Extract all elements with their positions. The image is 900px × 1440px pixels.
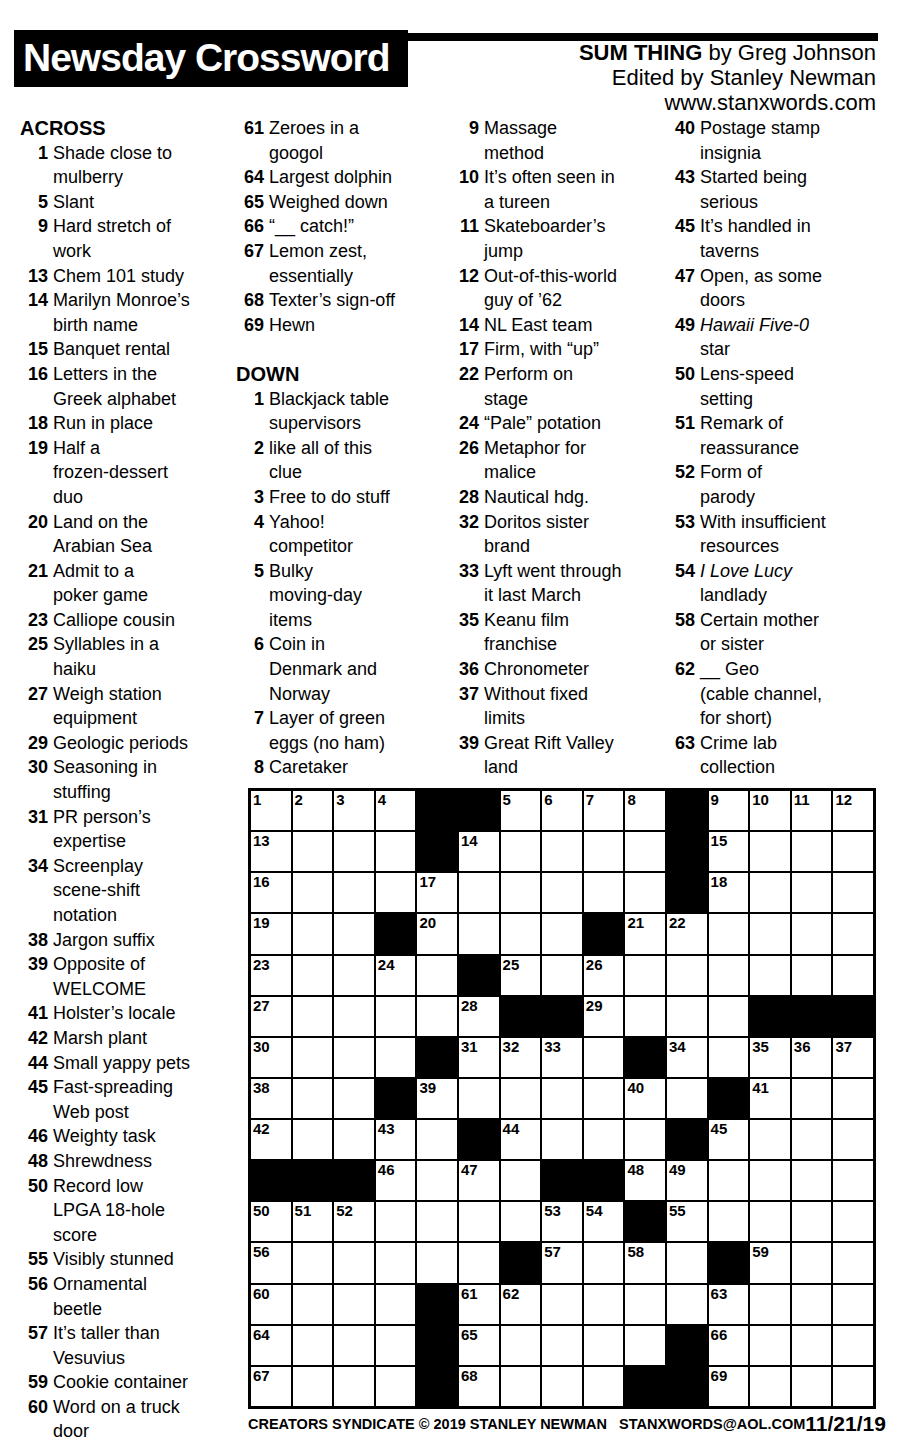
clue-text: Skateboarder’s jump bbox=[484, 214, 664, 263]
grid-cell[interactable]: 18 bbox=[708, 872, 750, 913]
clue-number: 48 bbox=[20, 1149, 53, 1174]
grid-cell[interactable] bbox=[749, 872, 791, 913]
grid-cell[interactable]: 17 bbox=[416, 872, 458, 913]
grid-cell[interactable]: 64 bbox=[250, 1325, 292, 1366]
across-clue-44: 44Small yappy pets bbox=[20, 1051, 233, 1076]
clue-number: 63 bbox=[667, 731, 700, 780]
grid-cell[interactable]: 7 bbox=[583, 790, 625, 831]
grid-cell[interactable]: 29 bbox=[583, 996, 625, 1037]
grid-cell[interactable] bbox=[458, 872, 500, 913]
grid-cell[interactable] bbox=[791, 1284, 833, 1325]
grid-cell[interactable] bbox=[375, 1366, 417, 1407]
grid-cell[interactable] bbox=[333, 1037, 375, 1078]
grid-cell[interactable] bbox=[500, 1160, 542, 1201]
grid-cell[interactable] bbox=[583, 1366, 625, 1407]
clue-text: Lens-speed setting bbox=[700, 362, 880, 411]
grid-cell[interactable] bbox=[749, 955, 791, 996]
grid-cell[interactable]: 13 bbox=[250, 831, 292, 872]
grid-cell[interactable]: 65 bbox=[458, 1325, 500, 1366]
grid-cell[interactable]: 8 bbox=[624, 790, 666, 831]
grid-cell[interactable] bbox=[749, 1160, 791, 1201]
grid-cell[interactable] bbox=[749, 1325, 791, 1366]
cell-number: 16 bbox=[253, 874, 270, 891]
grid-cell[interactable]: 6 bbox=[541, 790, 583, 831]
clue-number: 55 bbox=[20, 1247, 53, 1272]
down-clue-37: 37Without fixed limits bbox=[451, 682, 664, 731]
across-clue-66: 66“__ catch!” bbox=[236, 214, 449, 239]
down-clue-8: 8Caretaker bbox=[236, 755, 449, 780]
cell-number: 44 bbox=[503, 1121, 520, 1138]
black-cell bbox=[624, 1201, 666, 1242]
black-cell bbox=[541, 996, 583, 1037]
clue-number: 60 bbox=[20, 1395, 53, 1440]
grid-cell[interactable] bbox=[292, 872, 334, 913]
grid-cell[interactable]: 38 bbox=[250, 1078, 292, 1119]
grid-cell[interactable]: 23 bbox=[250, 955, 292, 996]
grid-cell[interactable]: 30 bbox=[250, 1037, 292, 1078]
clue-text: Started being serious bbox=[700, 165, 880, 214]
clue-number: 1 bbox=[236, 387, 269, 436]
clue-text: Fast-spreading Web post bbox=[53, 1075, 233, 1124]
grid-cell[interactable] bbox=[333, 1325, 375, 1366]
grid-cell[interactable] bbox=[708, 1160, 750, 1201]
clue-text: Bulky moving-day items bbox=[269, 559, 449, 633]
grid-cell[interactable]: 68 bbox=[458, 1366, 500, 1407]
grid-cell[interactable] bbox=[624, 996, 666, 1037]
grid-cell[interactable] bbox=[541, 913, 583, 954]
grid-cell[interactable]: 33 bbox=[541, 1037, 583, 1078]
grid-cell[interactable]: 1 bbox=[250, 790, 292, 831]
grid-cell[interactable]: 51 bbox=[292, 1201, 334, 1242]
down-clue-39: 39Great Rift Valley land bbox=[451, 731, 664, 780]
clue-text: Weighed down bbox=[269, 190, 449, 215]
clue-number: 21 bbox=[20, 559, 53, 608]
grid-cell[interactable] bbox=[583, 1242, 625, 1283]
grid-cell[interactable] bbox=[832, 1160, 874, 1201]
grid-cell[interactable] bbox=[375, 1325, 417, 1366]
grid-cell[interactable] bbox=[708, 996, 750, 1037]
clue-number: 23 bbox=[20, 608, 53, 633]
grid-cell[interactable] bbox=[624, 955, 666, 996]
clue-text: Caretaker bbox=[269, 755, 449, 780]
clue-number: 53 bbox=[667, 510, 700, 559]
clue-text: Free to do stuff bbox=[269, 485, 449, 510]
black-cell bbox=[624, 1037, 666, 1078]
clue-text: Keanu film franchise bbox=[484, 608, 664, 657]
grid-cell[interactable] bbox=[583, 1325, 625, 1366]
credit-line-title: SUM THING by Greg Johnson bbox=[579, 40, 876, 65]
grid-cell[interactable] bbox=[458, 913, 500, 954]
grid-cell[interactable]: 47 bbox=[458, 1160, 500, 1201]
clue-number: 57 bbox=[20, 1321, 53, 1370]
grid-cell[interactable] bbox=[624, 1325, 666, 1366]
down-clue-54: 54I Love Lucy landlady bbox=[667, 559, 880, 608]
grid-cell[interactable] bbox=[541, 1284, 583, 1325]
grid-cell[interactable] bbox=[375, 1037, 417, 1078]
grid-cell[interactable] bbox=[416, 1160, 458, 1201]
grid-cell[interactable]: 41 bbox=[749, 1078, 791, 1119]
grid-cell[interactable] bbox=[500, 913, 542, 954]
down-clue-2: 2like all of this clue bbox=[236, 436, 449, 485]
grid-cell[interactable] bbox=[292, 1078, 334, 1119]
grid-cell[interactable] bbox=[292, 996, 334, 1037]
clue-text: Geologic periods bbox=[53, 731, 233, 756]
grid-cell[interactable] bbox=[708, 1201, 750, 1242]
cell-number: 4 bbox=[378, 792, 386, 809]
cell-number: 38 bbox=[253, 1080, 270, 1097]
grid-cell[interactable] bbox=[416, 1242, 458, 1283]
grid-cell[interactable]: 58 bbox=[624, 1242, 666, 1283]
grid-cell[interactable] bbox=[416, 1119, 458, 1160]
grid-cell[interactable]: 43 bbox=[375, 1119, 417, 1160]
grid-cell[interactable]: 39 bbox=[416, 1078, 458, 1119]
clue-number: 42 bbox=[20, 1026, 53, 1051]
clue-text: Certain mother or sister bbox=[700, 608, 880, 657]
grid-cell[interactable] bbox=[583, 1284, 625, 1325]
clue-number: 39 bbox=[20, 952, 53, 1001]
grid-cell[interactable]: 16 bbox=[250, 872, 292, 913]
grid-cell[interactable] bbox=[583, 1078, 625, 1119]
grid-cell[interactable] bbox=[500, 872, 542, 913]
grid-cell[interactable] bbox=[500, 1366, 542, 1407]
grid-cell[interactable]: 49 bbox=[666, 1160, 708, 1201]
grid-cell[interactable] bbox=[791, 1325, 833, 1366]
grid-cell[interactable] bbox=[666, 955, 708, 996]
grid-cell[interactable] bbox=[292, 831, 334, 872]
grid-cell[interactable] bbox=[624, 831, 666, 872]
grid-cell[interactable]: 60 bbox=[250, 1284, 292, 1325]
cell-number: 67 bbox=[253, 1368, 270, 1385]
grid-cell[interactable]: 48 bbox=[624, 1160, 666, 1201]
black-cell bbox=[583, 1160, 625, 1201]
grid-cell[interactable] bbox=[541, 955, 583, 996]
grid-cell[interactable]: 31 bbox=[458, 1037, 500, 1078]
grid-cell[interactable] bbox=[292, 955, 334, 996]
grid-cell[interactable] bbox=[749, 1201, 791, 1242]
grid-cell[interactable]: 63 bbox=[708, 1284, 750, 1325]
across-clue-41: 41Holster’s locale bbox=[20, 1001, 233, 1026]
grid-cell[interactable]: 53 bbox=[541, 1201, 583, 1242]
grid-cell[interactable] bbox=[832, 1078, 874, 1119]
grid-cell[interactable]: 26 bbox=[583, 955, 625, 996]
grid-cell[interactable] bbox=[500, 831, 542, 872]
clue-number: 62 bbox=[667, 657, 700, 731]
grid-cell[interactable] bbox=[333, 1119, 375, 1160]
grid-cell[interactable]: 27 bbox=[250, 996, 292, 1037]
grid-cell[interactable]: 37 bbox=[832, 1037, 874, 1078]
clue-number: 1 bbox=[20, 141, 53, 190]
across-clue-50: 50Record low LPGA 18-hole score bbox=[20, 1174, 233, 1248]
grid-cell[interactable]: 34 bbox=[666, 1037, 708, 1078]
black-cell bbox=[666, 1119, 708, 1160]
clue-number: 34 bbox=[20, 854, 53, 928]
clue-number: 50 bbox=[667, 362, 700, 411]
grid-cell[interactable] bbox=[749, 1119, 791, 1160]
clue-number: 18 bbox=[20, 411, 53, 436]
grid-cell[interactable]: 46 bbox=[375, 1160, 417, 1201]
black-cell bbox=[416, 831, 458, 872]
grid-cell[interactable] bbox=[541, 872, 583, 913]
grid-cell[interactable]: 20 bbox=[416, 913, 458, 954]
clue-text: PR person’s expertise bbox=[53, 805, 233, 854]
grid-cell[interactable]: 25 bbox=[500, 955, 542, 996]
grid-cell[interactable]: 69 bbox=[708, 1366, 750, 1407]
grid-cell[interactable] bbox=[832, 1325, 874, 1366]
across-clue-48: 48Shrewdness bbox=[20, 1149, 233, 1174]
grid-cell[interactable] bbox=[832, 955, 874, 996]
grid-cell[interactable] bbox=[541, 1119, 583, 1160]
grid-cell[interactable] bbox=[375, 1242, 417, 1283]
grid-cell[interactable] bbox=[624, 1284, 666, 1325]
clue-text: Doritos sister brand bbox=[484, 510, 664, 559]
grid-cell[interactable] bbox=[292, 913, 334, 954]
grid-cell[interactable] bbox=[791, 1366, 833, 1407]
grid-cell[interactable]: 2 bbox=[292, 790, 334, 831]
grid-cell[interactable] bbox=[292, 1325, 334, 1366]
grid-cell[interactable] bbox=[292, 1284, 334, 1325]
grid-cell[interactable] bbox=[292, 1366, 334, 1407]
grid-cell[interactable] bbox=[624, 872, 666, 913]
grid-cell[interactable] bbox=[541, 1325, 583, 1366]
clue-number: 69 bbox=[236, 313, 269, 338]
grid-cell[interactable] bbox=[458, 1201, 500, 1242]
grid-cell[interactable]: 50 bbox=[250, 1201, 292, 1242]
grid-cell[interactable] bbox=[333, 1284, 375, 1325]
grid-cell[interactable] bbox=[458, 1242, 500, 1283]
clue-number: 45 bbox=[667, 214, 700, 263]
clue-number: 68 bbox=[236, 288, 269, 313]
clue-text: Syllables in a haiku bbox=[53, 632, 233, 681]
grid-cell[interactable] bbox=[791, 955, 833, 996]
grid-cell[interactable] bbox=[749, 831, 791, 872]
clue-number: 7 bbox=[236, 706, 269, 755]
grid-cell[interactable] bbox=[791, 1078, 833, 1119]
grid-cell[interactable] bbox=[416, 1201, 458, 1242]
grid-cell[interactable] bbox=[333, 996, 375, 1037]
cell-number: 39 bbox=[419, 1080, 436, 1097]
clue-number: 38 bbox=[20, 928, 53, 953]
grid-cell[interactable]: 57 bbox=[541, 1242, 583, 1283]
grid-cell[interactable]: 55 bbox=[666, 1201, 708, 1242]
grid-cell[interactable] bbox=[583, 831, 625, 872]
grid-cell[interactable] bbox=[500, 1325, 542, 1366]
grid-cell[interactable] bbox=[708, 955, 750, 996]
grid-cell[interactable]: 3 bbox=[333, 790, 375, 831]
credit-line-url: www.stanxwords.com bbox=[579, 90, 876, 115]
grid-cell[interactable] bbox=[292, 1242, 334, 1283]
grid-cell[interactable] bbox=[749, 913, 791, 954]
grid-cell[interactable] bbox=[375, 996, 417, 1037]
clue-text: Weigh station equipment bbox=[53, 682, 233, 731]
grid-cell[interactable] bbox=[832, 1242, 874, 1283]
clue-number: 3 bbox=[236, 485, 269, 510]
grid-cell[interactable] bbox=[832, 913, 874, 954]
clue-number: 52 bbox=[667, 460, 700, 509]
cell-number: 43 bbox=[378, 1121, 395, 1138]
grid-cell[interactable] bbox=[416, 996, 458, 1037]
clue-number: 6 bbox=[236, 632, 269, 706]
black-cell bbox=[416, 1325, 458, 1366]
cell-number: 29 bbox=[586, 998, 603, 1015]
black-cell bbox=[708, 1078, 750, 1119]
grid-cell[interactable] bbox=[333, 872, 375, 913]
clue-text: Form of parody bbox=[700, 460, 880, 509]
grid-cell[interactable] bbox=[832, 831, 874, 872]
cell-number: 57 bbox=[544, 1244, 561, 1261]
grid-cell[interactable] bbox=[791, 1119, 833, 1160]
across-clue-65: 65Weighed down bbox=[236, 190, 449, 215]
clue-number: 15 bbox=[20, 337, 53, 362]
grid-cell[interactable]: 32 bbox=[500, 1037, 542, 1078]
grid-cell[interactable]: 56 bbox=[250, 1242, 292, 1283]
grid-cell[interactable] bbox=[375, 1201, 417, 1242]
grid-cell[interactable]: 52 bbox=[333, 1201, 375, 1242]
grid-cell[interactable] bbox=[791, 872, 833, 913]
grid-cell[interactable] bbox=[292, 1037, 334, 1078]
cell-number: 17 bbox=[419, 874, 436, 891]
grid-cell[interactable]: 28 bbox=[458, 996, 500, 1037]
clue-number: 14 bbox=[20, 288, 53, 337]
grid-cell[interactable]: 22 bbox=[666, 913, 708, 954]
clue-number: 16 bbox=[20, 362, 53, 411]
grid-cell[interactable] bbox=[500, 1201, 542, 1242]
grid-cell[interactable] bbox=[375, 872, 417, 913]
grid-cell[interactable]: 5 bbox=[500, 790, 542, 831]
grid-cell[interactable]: 10 bbox=[749, 790, 791, 831]
grid-cell[interactable] bbox=[832, 1201, 874, 1242]
grid-cell[interactable] bbox=[666, 996, 708, 1037]
black-cell bbox=[458, 1119, 500, 1160]
grid-cell[interactable] bbox=[333, 1366, 375, 1407]
black-cell bbox=[458, 955, 500, 996]
down-clue-3: 3Free to do stuff bbox=[236, 485, 449, 510]
across-clue-1: 1Shade close to mulberry bbox=[20, 141, 233, 190]
grid-cell[interactable] bbox=[791, 1160, 833, 1201]
syndicate-email: STANXWORDS@AOL.COM bbox=[619, 1416, 805, 1432]
clue-number: 30 bbox=[20, 755, 53, 804]
grid-cell[interactable] bbox=[333, 955, 375, 996]
clue-text: Word on a truck door bbox=[53, 1395, 233, 1440]
cell-number: 58 bbox=[627, 1244, 644, 1261]
grid-cell[interactable] bbox=[541, 831, 583, 872]
grid-cell[interactable] bbox=[458, 1078, 500, 1119]
grid-cell[interactable]: 24 bbox=[375, 955, 417, 996]
grid-cell[interactable] bbox=[832, 1119, 874, 1160]
down-clue-17: 17Firm, with “up” bbox=[451, 337, 664, 362]
cell-number: 19 bbox=[253, 915, 270, 932]
across-clue-5: 5Slant bbox=[20, 190, 233, 215]
grid-cell[interactable]: 61 bbox=[458, 1284, 500, 1325]
grid-cell[interactable]: 42 bbox=[250, 1119, 292, 1160]
grid-cell[interactable]: 54 bbox=[583, 1201, 625, 1242]
clue-text: Blackjack table supervisors bbox=[269, 387, 449, 436]
grid-cell[interactable] bbox=[666, 1078, 708, 1119]
grid-cell[interactable] bbox=[624, 1119, 666, 1160]
grid-cell[interactable] bbox=[333, 1242, 375, 1283]
grid-cell[interactable]: 59 bbox=[749, 1242, 791, 1283]
grid-cell[interactable]: 67 bbox=[250, 1366, 292, 1407]
grid-cell[interactable] bbox=[583, 872, 625, 913]
grid-cell[interactable]: 36 bbox=[791, 1037, 833, 1078]
grid-cell[interactable]: 35 bbox=[749, 1037, 791, 1078]
across-clue-39: 39Opposite of WELCOME bbox=[20, 952, 233, 1001]
grid-cell[interactable]: 4 bbox=[375, 790, 417, 831]
grid-cell[interactable] bbox=[375, 831, 417, 872]
grid-cell[interactable]: 45 bbox=[708, 1119, 750, 1160]
grid-cell[interactable] bbox=[708, 1037, 750, 1078]
grid-cell[interactable]: 9 bbox=[708, 790, 750, 831]
grid-cell[interactable] bbox=[666, 1242, 708, 1283]
clue-text: Largest dolphin bbox=[269, 165, 449, 190]
grid-cell[interactable] bbox=[583, 1119, 625, 1160]
clue-text: Lyft went through it last March bbox=[484, 559, 664, 608]
grid-cell[interactable]: 12 bbox=[832, 790, 874, 831]
grid-cell[interactable] bbox=[708, 913, 750, 954]
cell-number: 20 bbox=[419, 915, 436, 932]
cell-number: 47 bbox=[461, 1162, 478, 1179]
grid-cell[interactable] bbox=[416, 955, 458, 996]
clue-text: Massage method bbox=[484, 116, 664, 165]
grid-cell[interactable] bbox=[666, 1284, 708, 1325]
grid-cell[interactable] bbox=[791, 831, 833, 872]
grid-cell[interactable]: 62 bbox=[500, 1284, 542, 1325]
grid-cell[interactable] bbox=[583, 1037, 625, 1078]
grid-cell[interactable]: 66 bbox=[708, 1325, 750, 1366]
cell-number: 41 bbox=[752, 1080, 769, 1097]
clue-text: Out-of-this-world guy of ’62 bbox=[484, 264, 664, 313]
across-clue-67: 67Lemon zest, essentially bbox=[236, 239, 449, 288]
grid-cell[interactable] bbox=[333, 1078, 375, 1119]
grid-cell[interactable] bbox=[749, 1366, 791, 1407]
grid-cell[interactable] bbox=[791, 1201, 833, 1242]
grid-cell[interactable] bbox=[832, 872, 874, 913]
grid-cell[interactable]: 40 bbox=[624, 1078, 666, 1119]
grid-cell[interactable] bbox=[541, 1366, 583, 1407]
grid-cell[interactable] bbox=[333, 913, 375, 954]
black-cell bbox=[416, 1284, 458, 1325]
down-clue-7: 7Layer of green eggs (no ham) bbox=[236, 706, 449, 755]
grid-cell[interactable] bbox=[333, 831, 375, 872]
grid-cell[interactable]: 11 bbox=[791, 790, 833, 831]
grid-cell[interactable]: 44 bbox=[500, 1119, 542, 1160]
cell-number: 2 bbox=[295, 792, 303, 809]
across-clue-45: 45Fast-spreading Web post bbox=[20, 1075, 233, 1124]
grid-cell[interactable] bbox=[832, 1284, 874, 1325]
grid-cell[interactable] bbox=[832, 1366, 874, 1407]
grid-cell[interactable]: 19 bbox=[250, 913, 292, 954]
clue-number: 49 bbox=[667, 313, 700, 362]
grid-cell[interactable]: 15 bbox=[708, 831, 750, 872]
grid-cell[interactable] bbox=[541, 1078, 583, 1119]
syndicate-text: CREATORS SYNDICATE © 2019 STANLEY NEWMAN bbox=[248, 1416, 607, 1432]
grid-cell[interactable] bbox=[375, 1284, 417, 1325]
across-clue-29: 29Geologic periods bbox=[20, 731, 233, 756]
clue-text: __ Geo (cable channel, for short) bbox=[700, 657, 880, 731]
across-clue-31: 31PR person’s expertise bbox=[20, 805, 233, 854]
clue-text: Screenplay scene-shift notation bbox=[53, 854, 233, 928]
across-clue-69: 69Hewn bbox=[236, 313, 449, 338]
grid-cell[interactable] bbox=[791, 913, 833, 954]
grid-cell[interactable] bbox=[292, 1119, 334, 1160]
grid-cell[interactable] bbox=[500, 1078, 542, 1119]
black-cell bbox=[666, 831, 708, 872]
grid-cell[interactable] bbox=[749, 1284, 791, 1325]
across-clue-30: 30Seasoning in stuffing bbox=[20, 755, 233, 804]
grid-cell[interactable] bbox=[791, 1242, 833, 1283]
grid-cell[interactable]: 21 bbox=[624, 913, 666, 954]
grid-cell[interactable]: 14 bbox=[458, 831, 500, 872]
black-cell bbox=[375, 913, 417, 954]
